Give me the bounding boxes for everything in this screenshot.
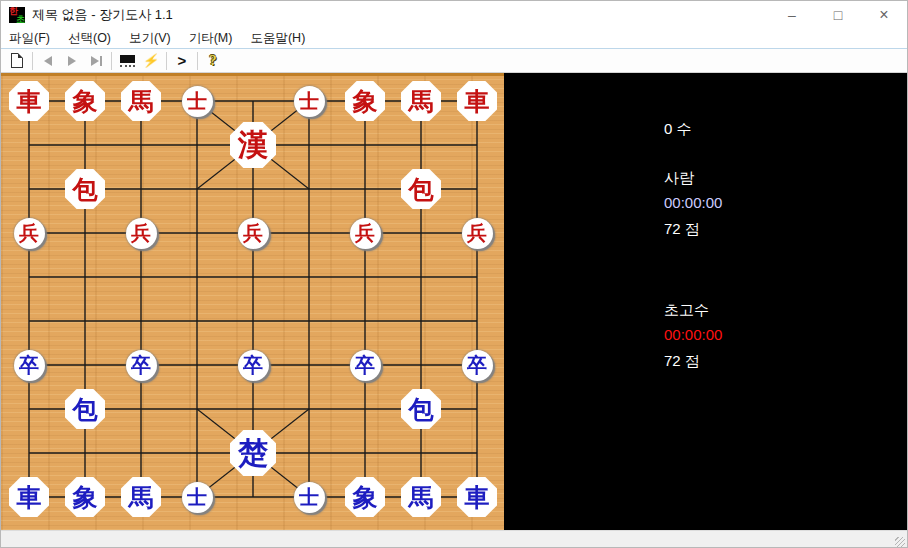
engine-move-button[interactable]: ⚡	[139, 50, 163, 71]
human-label: 사람	[664, 169, 694, 188]
forward-arrow-icon	[68, 56, 76, 66]
piece-red-guard[interactable]: 士	[294, 86, 325, 117]
piece-red-guard[interactable]: 士	[182, 86, 213, 117]
piece-blue-soldier[interactable]: 卒	[238, 350, 269, 381]
piece-blue-general[interactable]: 楚	[230, 430, 276, 476]
menu-file[interactable]: 파일(F)	[9, 30, 60, 47]
last-move-button[interactable]	[84, 50, 108, 71]
piece-blue-guard[interactable]: 士	[294, 482, 325, 513]
toolbar-separator	[111, 52, 112, 70]
ai-clock: 00:00:00	[664, 326, 722, 343]
piece-red-soldier[interactable]: 兵	[126, 218, 157, 249]
step-button[interactable]: >	[170, 50, 194, 71]
board-icon	[120, 55, 135, 67]
app-window: 한 초 제목 없음 - 장기도사 1.1 – □ × 파일(F) 선택(O) 보…	[0, 0, 908, 548]
toolbar-separator	[197, 52, 198, 70]
last-arrow-icon	[91, 56, 99, 66]
new-game-button[interactable]	[5, 50, 29, 71]
menu-select[interactable]: 선택(O)	[68, 30, 121, 47]
piece-blue-soldier[interactable]: 卒	[350, 350, 381, 381]
menu-view[interactable]: 보기(V)	[129, 30, 181, 47]
piece-red-cannon[interactable]: 包	[401, 169, 441, 209]
maximize-button[interactable]: □	[815, 1, 861, 29]
step-icon: >	[178, 52, 187, 69]
last-arrow-bar	[100, 56, 102, 66]
board-display-button[interactable]	[115, 50, 139, 71]
piece-blue-guard[interactable]: 士	[182, 482, 213, 513]
piece-red-soldier[interactable]: 兵	[14, 218, 45, 249]
piece-blue-cannon[interactable]: 包	[401, 389, 441, 429]
piece-blue-elephant[interactable]: 象	[345, 477, 385, 517]
toolbar-separator	[166, 52, 167, 70]
piece-red-chariot[interactable]: 車	[9, 81, 49, 121]
piece-red-soldier[interactable]: 兵	[350, 218, 381, 249]
piece-red-horse[interactable]: 馬	[401, 81, 441, 121]
window-controls: – □ ×	[769, 1, 907, 29]
piece-red-horse[interactable]: 馬	[121, 81, 161, 121]
window-title: 제목 없음 - 장기도사 1.1	[32, 6, 173, 24]
ai-score: 72 점	[664, 352, 700, 371]
toolbar-separator	[32, 52, 33, 70]
status-bar	[1, 530, 907, 548]
human-clock: 00:00:00	[664, 194, 722, 211]
piece-blue-chariot[interactable]: 車	[9, 477, 49, 517]
info-panel: 0 수 사람 00:00:00 72 점 초고수 00:00:00 72 점	[504, 73, 907, 530]
piece-red-elephant[interactable]: 象	[65, 81, 105, 121]
lightning-icon: ⚡	[142, 53, 161, 68]
resize-grip-icon[interactable]	[895, 537, 905, 547]
forward-button[interactable]	[60, 50, 84, 71]
menu-help[interactable]: 도움말(H)	[250, 30, 315, 47]
piece-red-soldier[interactable]: 兵	[238, 218, 269, 249]
app-icon: 한 초	[9, 7, 25, 23]
piece-blue-cannon[interactable]: 包	[65, 389, 105, 429]
piece-blue-soldier[interactable]: 卒	[126, 350, 157, 381]
menu-bar: 파일(F) 선택(O) 보기(V) 기타(M) 도움말(H)	[1, 29, 907, 48]
piece-red-general[interactable]: 漢	[230, 122, 276, 168]
janggi-board[interactable]: 車象馬士士象馬車漢包包兵兵兵兵兵卒卒卒卒卒包包楚車象馬士士象馬車	[1, 73, 504, 530]
piece-blue-horse[interactable]: 馬	[401, 477, 441, 517]
minimize-button[interactable]: –	[769, 1, 815, 29]
back-button[interactable]	[36, 50, 60, 71]
title-bar: 한 초 제목 없음 - 장기도사 1.1 – □ ×	[1, 1, 907, 29]
menu-etc[interactable]: 기타(M)	[189, 30, 243, 47]
close-button[interactable]: ×	[861, 1, 907, 29]
piece-blue-chariot[interactable]: 車	[457, 477, 497, 517]
app-icon-cho-glyph: 초	[16, 14, 25, 24]
help-icon: ?	[209, 52, 217, 69]
human-score: 72 점	[664, 220, 700, 239]
piece-blue-soldier[interactable]: 卒	[462, 350, 493, 381]
toolbar: ⚡ > ?	[1, 48, 907, 73]
main-content: 車象馬士士象馬車漢包包兵兵兵兵兵卒卒卒卒卒包包楚車象馬士士象馬車 0 수 사람 …	[1, 73, 907, 530]
piece-red-soldier[interactable]: 兵	[462, 218, 493, 249]
piece-blue-elephant[interactable]: 象	[65, 477, 105, 517]
ai-label: 초고수	[664, 301, 709, 320]
piece-blue-horse[interactable]: 馬	[121, 477, 161, 517]
move-counter: 0 수	[664, 120, 692, 139]
back-arrow-icon	[44, 56, 52, 66]
piece-red-elephant[interactable]: 象	[345, 81, 385, 121]
piece-blue-soldier[interactable]: 卒	[14, 350, 45, 381]
new-document-icon	[11, 53, 23, 68]
help-button[interactable]: ?	[201, 50, 225, 71]
piece-red-chariot[interactable]: 車	[457, 81, 497, 121]
piece-red-cannon[interactable]: 包	[65, 169, 105, 209]
